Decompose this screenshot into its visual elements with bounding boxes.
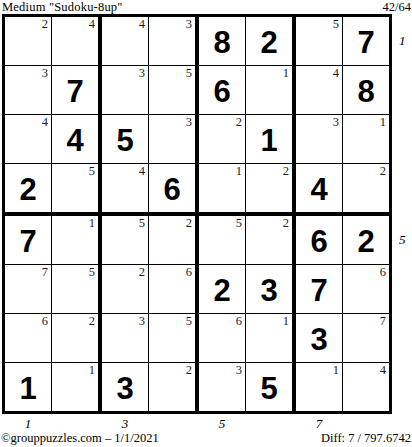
- cell-r1c7[interactable]: 5: [296, 17, 342, 65]
- pencil-mark: 2: [380, 165, 386, 179]
- pencil-mark: 6: [186, 266, 192, 280]
- cell-r3c1[interactable]: 4: [5, 115, 51, 163]
- cell-r7c8[interactable]: 7: [343, 314, 389, 362]
- cell-r3c6[interactable]: 1: [246, 115, 292, 163]
- cell-r2c5[interactable]: 6: [199, 66, 245, 114]
- big-digit: 4: [310, 174, 327, 205]
- cell-r5c7[interactable]: 6: [296, 216, 342, 264]
- cell-r8c4[interactable]: 2: [149, 363, 195, 411]
- pencil-mark: 6: [236, 315, 242, 329]
- cell-r3c7[interactable]: 3: [296, 115, 342, 163]
- cell-r2c7[interactable]: 4: [296, 66, 342, 114]
- big-digit: 5: [116, 125, 133, 156]
- cell-r5c6[interactable]: 2: [246, 216, 292, 264]
- big-digit: 7: [310, 275, 327, 306]
- cell-r7c7[interactable]: 3: [296, 314, 342, 362]
- pencil-mark: 3: [186, 18, 192, 32]
- puzzle-page: Medium "Sudoku-8up" 42/64 24438257373561…: [0, 0, 412, 447]
- cell-r4c5[interactable]: 1: [199, 164, 245, 212]
- pencil-mark: 5: [186, 315, 192, 329]
- cell-r4c3[interactable]: 4: [102, 164, 148, 212]
- big-digit: 3: [260, 275, 277, 306]
- cell-r2c3[interactable]: 3: [102, 66, 148, 114]
- row-label-1: 1: [399, 17, 411, 65]
- pencil-mark: 1: [89, 364, 95, 378]
- cell-r1c1[interactable]: 2: [5, 17, 51, 65]
- pencil-mark: 2: [139, 266, 145, 280]
- big-digit: 6: [163, 174, 180, 205]
- cell-r6c8[interactable]: 6: [343, 265, 389, 313]
- col-label-1: 1: [5, 416, 51, 431]
- pencil-mark: 1: [380, 116, 386, 130]
- pencil-mark: 7: [380, 315, 386, 329]
- cell-r6c4[interactable]: 6: [149, 265, 195, 313]
- big-digit: 3: [310, 324, 327, 355]
- cell-r3c5[interactable]: 2: [199, 115, 245, 163]
- cell-r4c8[interactable]: 2: [343, 164, 389, 212]
- pencil-mark: 5: [186, 67, 192, 81]
- col-label-7: 7: [296, 416, 342, 431]
- pencil-mark: 5: [236, 217, 242, 231]
- cell-r1c8[interactable]: 7: [343, 17, 389, 65]
- pencil-mark: 3: [139, 315, 145, 329]
- cell-r7c5[interactable]: 6: [199, 314, 245, 362]
- big-digit: 4: [66, 125, 83, 156]
- big-digit: 2: [19, 174, 36, 205]
- cell-r6c6[interactable]: 3: [246, 265, 292, 313]
- cell-r7c2[interactable]: 2: [52, 314, 98, 362]
- pencil-mark: 2: [42, 18, 48, 32]
- cell-r3c3[interactable]: 5: [102, 115, 148, 163]
- pencil-mark: 5: [89, 165, 95, 179]
- pencil-mark: 3: [236, 364, 242, 378]
- big-digit: 8: [213, 27, 230, 58]
- puzzle-title: Medium "Sudoku-8up": [2, 0, 123, 15]
- cell-r3c2[interactable]: 4: [52, 115, 98, 163]
- difficulty-text: Diff: 7 / 797.6742: [321, 431, 411, 446]
- cell-r4c4[interactable]: 6: [149, 164, 195, 212]
- cell-r8c5[interactable]: 3: [199, 363, 245, 411]
- cell-r8c2[interactable]: 1: [52, 363, 98, 411]
- cell-r4c6[interactable]: 2: [246, 164, 292, 212]
- cell-r4c1[interactable]: 2: [5, 164, 51, 212]
- pencil-mark: 1: [333, 364, 339, 378]
- pencil-mark: 4: [139, 18, 145, 32]
- cell-r6c3[interactable]: 2: [102, 265, 148, 313]
- cell-r2c1[interactable]: 3: [5, 66, 51, 114]
- pencil-mark: 3: [139, 67, 145, 81]
- cell-r5c2[interactable]: 1: [52, 216, 98, 264]
- pencil-mark: 4: [380, 364, 386, 378]
- cell-r6c5[interactable]: 2: [199, 265, 245, 313]
- pencil-mark: 1: [236, 165, 242, 179]
- pencil-mark: 5: [333, 18, 339, 32]
- cell-r3c4[interactable]: 3: [149, 115, 195, 163]
- cell-r6c2[interactable]: 5: [52, 265, 98, 313]
- row-label-5: 5: [399, 216, 411, 264]
- cell-r1c6[interactable]: 2: [246, 17, 292, 65]
- cell-r5c8[interactable]: 2: [343, 216, 389, 264]
- sudoku-board: 2443825737356148445321312546124271525262…: [2, 14, 392, 414]
- pencil-mark: 4: [89, 18, 95, 32]
- cell-r2c4[interactable]: 5: [149, 66, 195, 114]
- cell-r1c5[interactable]: 8: [199, 17, 245, 65]
- cell-r7c6[interactable]: 1: [246, 314, 292, 362]
- col-label-3: 3: [102, 416, 148, 431]
- cell-r5c3[interactable]: 5: [102, 216, 148, 264]
- pencil-mark: 3: [333, 116, 339, 130]
- pencil-mark: 2: [283, 217, 289, 231]
- big-digit: 3: [116, 373, 133, 404]
- cell-r8c3[interactable]: 3: [102, 363, 148, 411]
- cell-counter: 42/64: [383, 0, 411, 15]
- big-digit: 1: [260, 125, 277, 156]
- big-digit: 7: [19, 226, 36, 257]
- pencil-mark: 4: [333, 67, 339, 81]
- big-digit: 8: [357, 76, 374, 107]
- col-label-5: 5: [199, 416, 245, 431]
- cell-r8c7[interactable]: 1: [296, 363, 342, 411]
- big-digit: 7: [66, 76, 83, 107]
- cell-r7c1[interactable]: 6: [5, 314, 51, 362]
- cell-r7c4[interactable]: 5: [149, 314, 195, 362]
- cell-r8c1[interactable]: 1: [5, 363, 51, 411]
- pencil-mark: 6: [42, 315, 48, 329]
- cell-r3c8[interactable]: 1: [343, 115, 389, 163]
- big-digit: 1: [19, 373, 36, 404]
- cell-r4c7[interactable]: 4: [296, 164, 342, 212]
- pencil-mark: 1: [89, 217, 95, 231]
- big-digit: 2: [357, 226, 374, 257]
- big-digit: 6: [213, 76, 230, 107]
- pencil-mark: 6: [380, 266, 386, 280]
- cell-r8c6[interactable]: 5: [246, 363, 292, 411]
- cell-r4c2[interactable]: 5: [52, 164, 98, 212]
- cell-r5c4[interactable]: 2: [149, 216, 195, 264]
- cell-r8c8[interactable]: 4: [343, 363, 389, 411]
- pencil-mark: 5: [89, 266, 95, 280]
- cell-r6c7[interactable]: 7: [296, 265, 342, 313]
- cell-r5c5[interactable]: 5: [199, 216, 245, 264]
- cell-r2c2[interactable]: 7: [52, 66, 98, 114]
- pencil-mark: 3: [42, 67, 48, 81]
- cell-r1c4[interactable]: 3: [149, 17, 195, 65]
- pencil-mark: 1: [283, 315, 289, 329]
- big-digit: 2: [260, 27, 277, 58]
- pencil-mark: 2: [236, 116, 242, 130]
- cell-r2c8[interactable]: 8: [343, 66, 389, 114]
- cell-r2c6[interactable]: 1: [246, 66, 292, 114]
- big-digit: 2: [213, 275, 230, 306]
- cell-r1c2[interactable]: 4: [52, 17, 98, 65]
- cell-r7c3[interactable]: 3: [102, 314, 148, 362]
- cell-r1c3[interactable]: 4: [102, 17, 148, 65]
- pencil-mark: 2: [89, 315, 95, 329]
- pencil-mark: 2: [186, 364, 192, 378]
- big-digit: 5: [260, 373, 277, 404]
- pencil-mark: 2: [186, 217, 192, 231]
- pencil-mark: 4: [139, 165, 145, 179]
- pencil-mark: 2: [283, 165, 289, 179]
- pencil-mark: 5: [139, 217, 145, 231]
- pencil-mark: 1: [283, 67, 289, 81]
- big-digit: 6: [310, 226, 327, 257]
- copyright-text: ©grouppuzzles.com – 1/1/2021: [1, 431, 159, 446]
- pencil-mark: 7: [42, 266, 48, 280]
- cell-r6c1[interactable]: 7: [5, 265, 51, 313]
- big-digit: 7: [357, 27, 374, 58]
- pencil-mark: 4: [42, 116, 48, 130]
- pencil-mark: 3: [186, 116, 192, 130]
- cell-r5c1[interactable]: 7: [5, 216, 51, 264]
